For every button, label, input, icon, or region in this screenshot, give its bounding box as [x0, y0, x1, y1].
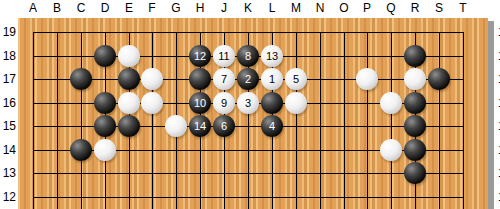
column-label-K: K	[236, 1, 260, 15]
stone-M17: 5	[285, 68, 307, 90]
stone-L18: 13	[261, 45, 283, 67]
move-number-label: 14	[189, 115, 211, 137]
stone-face	[118, 68, 140, 90]
column-label-N: N	[308, 1, 332, 15]
stone-H16: 10	[189, 92, 211, 114]
stone-D15	[94, 115, 116, 137]
stone-face	[380, 92, 402, 114]
row-label-left-13: 13	[0, 165, 16, 181]
move-number-label: 2	[237, 68, 259, 90]
board-shadow	[488, 21, 494, 209]
stone-face	[404, 68, 426, 90]
stone-D16	[94, 92, 116, 114]
stone-face	[118, 92, 140, 114]
stone-H18: 12	[189, 45, 211, 67]
stone-J16: 9	[213, 92, 235, 114]
stone-face	[356, 68, 378, 90]
stone-face	[428, 68, 450, 90]
move-number-label: 4	[261, 115, 283, 137]
stone-F16	[141, 92, 163, 114]
stone-M16	[285, 92, 307, 114]
stone-face	[94, 92, 116, 114]
row-label-right-19: 19	[496, 24, 500, 40]
stone-H15: 14	[189, 115, 211, 137]
stone-face	[94, 115, 116, 137]
column-label-C: C	[69, 1, 93, 15]
column-label-M: M	[284, 1, 308, 15]
stone-face	[380, 139, 402, 161]
stone-face	[141, 92, 163, 114]
stone-face	[94, 45, 116, 67]
stone-face	[141, 68, 163, 90]
column-label-G: G	[164, 1, 188, 15]
row-label-right-13: 13	[496, 165, 500, 181]
stone-face	[404, 115, 426, 137]
stone-face	[165, 115, 187, 137]
stone-S17	[428, 68, 450, 90]
go-diagram-screenshot: ABCDEFGHJKLMNOPQRST 1918171615141312 191…	[0, 0, 500, 209]
row-label-right-15: 15	[496, 118, 500, 134]
stone-C14	[70, 139, 92, 161]
stone-face	[404, 92, 426, 114]
move-number-label: 7	[213, 68, 235, 90]
column-label-O: O	[332, 1, 356, 15]
stone-F17	[141, 68, 163, 90]
stone-R13	[404, 162, 426, 184]
column-label-T: T	[451, 1, 475, 15]
move-number-label: 12	[189, 45, 211, 67]
stone-face	[70, 139, 92, 161]
column-label-F: F	[140, 1, 164, 15]
stone-face	[404, 162, 426, 184]
stone-R18	[404, 45, 426, 67]
stone-D18	[94, 45, 116, 67]
go-board[interactable]: 1211813721510931464	[18, 18, 488, 209]
column-label-S: S	[427, 1, 451, 15]
row-label-left-19: 19	[0, 24, 16, 40]
row-label-left-14: 14	[0, 142, 16, 158]
stone-E15	[118, 115, 140, 137]
row-label-left-12: 12	[0, 189, 16, 205]
move-number-label: 3	[237, 92, 259, 114]
move-number-label: 8	[237, 45, 259, 67]
row-label-left-16: 16	[0, 95, 16, 111]
stone-D14	[94, 139, 116, 161]
stone-E16	[118, 92, 140, 114]
stone-face	[118, 45, 140, 67]
stone-L17: 1	[261, 68, 283, 90]
row-label-left-15: 15	[0, 118, 16, 134]
stone-face	[189, 68, 211, 90]
stone-P17	[356, 68, 378, 90]
column-label-R: R	[403, 1, 427, 15]
column-label-B: B	[45, 1, 69, 15]
stone-J15: 6	[213, 115, 235, 137]
row-label-right-12: 12	[496, 189, 500, 205]
stone-face	[70, 68, 92, 90]
stone-R14	[404, 139, 426, 161]
stone-face	[404, 45, 426, 67]
stone-G15	[165, 115, 187, 137]
column-label-L: L	[260, 1, 284, 15]
row-label-left-18: 18	[0, 48, 16, 64]
stone-K18: 8	[237, 45, 259, 67]
stone-H17	[189, 68, 211, 90]
stone-face	[94, 139, 116, 161]
row-label-right-17: 17	[496, 71, 500, 87]
column-label-H: H	[188, 1, 212, 15]
stone-face	[261, 92, 283, 114]
stone-J18: 11	[213, 45, 235, 67]
move-number-label: 6	[213, 115, 235, 137]
stone-face	[285, 92, 307, 114]
row-label-right-14: 14	[496, 142, 500, 158]
stone-Q16	[380, 92, 402, 114]
stone-E18	[118, 45, 140, 67]
move-number-label: 5	[285, 68, 307, 90]
stone-E17	[118, 68, 140, 90]
column-label-Q: Q	[379, 1, 403, 15]
row-label-right-18: 18	[496, 48, 500, 64]
stone-R15	[404, 115, 426, 137]
row-label-left-17: 17	[0, 71, 16, 87]
stone-C17	[70, 68, 92, 90]
column-label-D: D	[93, 1, 117, 15]
move-number-label: 11	[213, 45, 235, 67]
column-label-J: J	[212, 1, 236, 15]
stone-face	[404, 139, 426, 161]
column-label-A: A	[21, 1, 45, 15]
stone-K17: 2	[237, 68, 259, 90]
move-number-label: 9	[213, 92, 235, 114]
column-label-P: P	[355, 1, 379, 15]
column-label-E: E	[117, 1, 141, 15]
stone-face	[118, 115, 140, 137]
move-number-label: 13	[261, 45, 283, 67]
stone-K16: 3	[237, 92, 259, 114]
move-number-label: 10	[189, 92, 211, 114]
stone-L16	[261, 92, 283, 114]
stone-Q14	[380, 139, 402, 161]
stone-R16	[404, 92, 426, 114]
stone-J17: 7	[213, 68, 235, 90]
stone-R17	[404, 68, 426, 90]
move-number-label: 1	[261, 68, 283, 90]
row-label-right-16: 16	[496, 95, 500, 111]
stone-L15: 4	[261, 115, 283, 137]
